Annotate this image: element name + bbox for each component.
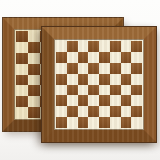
board-square-light <box>67 117 78 128</box>
board-square-dark <box>99 52 110 63</box>
board-square-dark <box>131 41 142 52</box>
board-square-light <box>16 85 28 96</box>
board-square-dark <box>16 75 28 86</box>
board-square-light <box>28 53 40 64</box>
board-square-dark <box>78 74 89 85</box>
board-square-light <box>110 52 121 63</box>
board-square-dark <box>131 106 142 117</box>
board-square-light <box>99 63 110 74</box>
board-square-dark <box>28 107 40 118</box>
board-square-light <box>131 95 142 106</box>
board-square-dark <box>121 95 132 106</box>
board-square-dark <box>56 74 67 85</box>
board-square-light <box>56 63 67 74</box>
board-square-light <box>99 85 110 96</box>
board-square-dark <box>88 41 99 52</box>
board-square-dark <box>110 85 121 96</box>
board-square-light <box>16 107 28 118</box>
board-square-dark <box>121 52 132 63</box>
board-square-dark <box>110 63 121 74</box>
board-square-light <box>88 74 99 85</box>
board-square-dark <box>28 64 40 75</box>
board-square-light <box>67 95 78 106</box>
board-square-dark <box>99 117 110 128</box>
board-square-light <box>78 41 89 52</box>
board-square-light <box>78 85 89 96</box>
board-square-light <box>78 106 89 117</box>
board-square-light <box>67 52 78 63</box>
board-square-light <box>99 41 110 52</box>
product-photo-two-chessboards <box>0 0 160 160</box>
board-square-dark <box>56 52 67 63</box>
board-square-dark <box>131 85 142 96</box>
board-square-light <box>131 117 142 128</box>
board-square-light <box>131 74 142 85</box>
board-square-dark <box>56 95 67 106</box>
board-square-dark <box>78 52 89 63</box>
board-square-light <box>88 117 99 128</box>
board-square-light <box>131 52 142 63</box>
board-square-light <box>121 85 132 96</box>
board-square-dark <box>110 106 121 117</box>
board-square-light <box>56 106 67 117</box>
board-square-dark <box>28 42 40 53</box>
board-square-dark <box>78 95 89 106</box>
board-square-dark <box>99 74 110 85</box>
board-square-light <box>110 74 121 85</box>
board-square-dark <box>16 96 28 107</box>
front-board-inner-border <box>54 39 144 130</box>
board-square-dark <box>99 95 110 106</box>
board-square-light <box>56 41 67 52</box>
front-chessboard <box>42 27 156 142</box>
board-square-dark <box>56 117 67 128</box>
board-square-dark <box>67 85 78 96</box>
board-square-light <box>16 42 28 53</box>
board-square-light <box>121 106 132 117</box>
board-square-dark <box>67 63 78 74</box>
board-square-light <box>99 106 110 117</box>
board-square-light <box>56 85 67 96</box>
board-square-light <box>78 63 89 74</box>
board-square-dark <box>121 74 132 85</box>
board-square-dark <box>88 85 99 96</box>
board-square-dark <box>88 106 99 117</box>
board-square-light <box>28 75 40 86</box>
board-square-dark <box>131 63 142 74</box>
board-square-dark <box>110 41 121 52</box>
board-square-light <box>121 63 132 74</box>
board-square-light <box>16 64 28 75</box>
board-square-light <box>28 96 40 107</box>
board-square-light <box>110 95 121 106</box>
board-square-dark <box>67 106 78 117</box>
board-square-dark <box>16 31 28 42</box>
front-board-grid <box>56 41 142 128</box>
board-square-dark <box>88 63 99 74</box>
board-square-light <box>67 74 78 85</box>
board-square-dark <box>67 41 78 52</box>
board-square-light <box>88 95 99 106</box>
board-square-dark <box>16 53 28 64</box>
board-square-dark <box>28 85 40 96</box>
board-square-light <box>88 52 99 63</box>
board-square-dark <box>78 117 89 128</box>
board-square-light <box>110 117 121 128</box>
board-square-dark <box>121 117 132 128</box>
board-square-light <box>121 41 132 52</box>
board-square-light <box>28 31 40 42</box>
